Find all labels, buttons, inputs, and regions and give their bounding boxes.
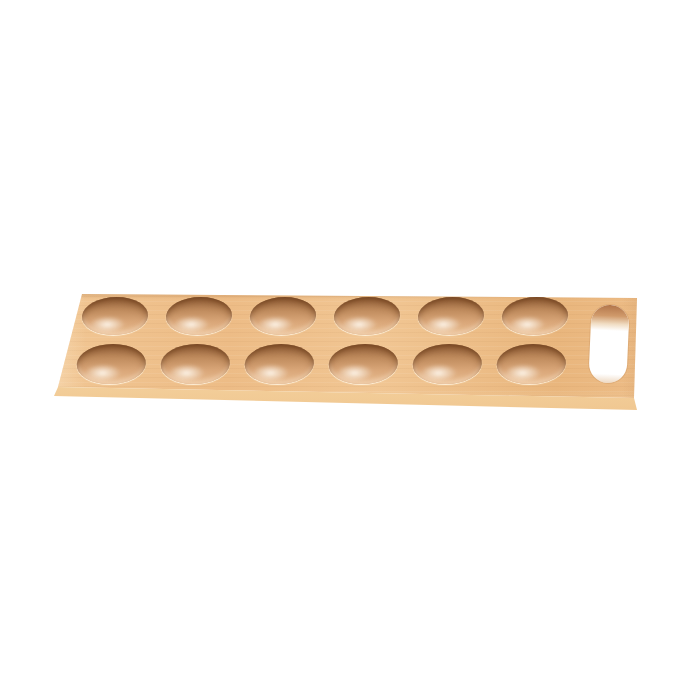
pit-hollow	[332, 297, 401, 335]
handle-cutout	[588, 304, 629, 384]
pit-hollow	[411, 344, 483, 384]
pit-highlight	[167, 364, 206, 382]
pit-highlight	[83, 364, 122, 382]
pit-highlight	[251, 364, 290, 382]
product-photo-canvas	[0, 0, 700, 700]
pit-south-1[interactable]	[67, 340, 155, 388]
pit-north-1[interactable]	[71, 292, 159, 340]
pit-hollow	[75, 344, 147, 384]
pit-hollow	[500, 297, 569, 335]
pit-hollow	[80, 297, 149, 335]
pit-highlight	[335, 364, 374, 382]
pit-north-2[interactable]	[155, 292, 243, 340]
pit-highlight	[340, 316, 377, 333]
pit-north-5[interactable]	[407, 292, 495, 340]
pit-highlight	[503, 364, 542, 382]
pit-highlight	[256, 316, 293, 333]
pit-hollow	[164, 297, 233, 335]
pit-south-6[interactable]	[487, 340, 575, 388]
pit-hollow	[416, 297, 485, 335]
pit-hollow	[327, 344, 399, 384]
pit-south-3[interactable]	[235, 340, 323, 388]
pit-highlight	[508, 316, 545, 333]
pit-highlight	[88, 316, 125, 333]
pit-highlight	[424, 316, 461, 333]
pit-highlight	[419, 364, 458, 382]
pit-hollow	[495, 344, 567, 384]
pits-grid	[67, 292, 579, 388]
pit-highlight	[172, 316, 209, 333]
mancala-board	[52, 292, 644, 424]
pit-north-4[interactable]	[323, 292, 411, 340]
pit-north-3[interactable]	[239, 292, 327, 340]
pit-north-6[interactable]	[491, 292, 579, 340]
pit-hollow	[159, 344, 231, 384]
pit-south-4[interactable]	[319, 340, 407, 388]
pit-hollow	[248, 297, 317, 335]
pit-south-2[interactable]	[151, 340, 239, 388]
pit-hollow	[243, 344, 315, 384]
pit-south-5[interactable]	[403, 340, 491, 388]
